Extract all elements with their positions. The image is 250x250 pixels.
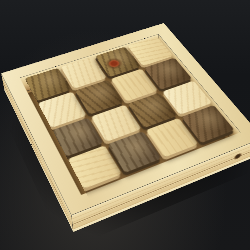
wooden-tray-board bbox=[4, 40, 250, 232]
wood-knot-icon bbox=[233, 152, 241, 160]
scene-background bbox=[0, 0, 250, 250]
